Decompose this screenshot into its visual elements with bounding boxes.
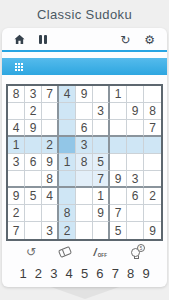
cell-r4c5[interactable]: 3 [76,137,93,154]
cell-r8c1[interactable]: 2 [8,205,25,222]
numpad-key-8[interactable]: 8 [125,266,137,281]
cell-r9c5[interactable] [76,222,93,239]
cell-r1c2[interactable]: 3 [25,86,42,103]
hint-count-badge: 5 [137,244,145,252]
cell-r8c5[interactable] [76,205,93,222]
settings-gear-icon[interactable]: ⚙ [144,34,155,46]
cell-r5c2[interactable]: 6 [25,154,42,171]
cell-r9c6[interactable] [93,222,110,239]
cell-r6c4[interactable] [59,171,76,188]
numpad-key-2[interactable]: 2 [32,266,44,281]
cell-r7c2[interactable]: 5 [25,188,42,205]
eraser-button[interactable] [58,246,72,258]
cell-r3c1[interactable]: 4 [8,120,25,137]
pause-button[interactable] [39,35,47,44]
number-pad: 123456789 [2,258,167,281]
cell-r6c6[interactable]: 7 [93,171,110,188]
cell-r9c2[interactable] [25,222,42,239]
cell-r3c7[interactable] [110,120,127,137]
grid-tab-icon[interactable] [15,63,23,71]
tool-row: ↺ / OFF 5 [2,241,167,258]
cell-r8c7[interactable]: 7 [110,205,127,222]
cell-r2c7[interactable] [110,103,127,120]
cell-r3c5[interactable]: 6 [76,120,93,137]
cell-r5c5[interactable]: 8 [76,154,93,171]
cell-r6c5[interactable] [76,171,93,188]
restart-icon[interactable]: ↻ [120,34,130,46]
cell-r7c1[interactable]: 9 [8,188,25,205]
cell-r9c7[interactable]: 5 [110,222,127,239]
cell-r7c6[interactable]: 1 [93,188,110,205]
cell-r5c8[interactable] [127,154,144,171]
cell-r5c4[interactable]: 1 [59,154,76,171]
pencil-icon: / [94,247,97,258]
cell-r8c8[interactable] [127,205,144,222]
numpad-key-6[interactable]: 6 [94,266,106,281]
cell-r7c5[interactable] [76,188,93,205]
cell-r4c9[interactable] [144,137,161,154]
cell-r1c7[interactable]: 1 [110,86,127,103]
cell-r4c1[interactable]: 1 [8,137,25,154]
cell-r6c1[interactable] [8,171,25,188]
cell-r4c2[interactable] [25,137,42,154]
numpad-key-9[interactable]: 9 [140,266,152,281]
cell-r4c4[interactable] [59,137,76,154]
numpad-key-4[interactable]: 4 [63,266,75,281]
cell-r9c9[interactable]: 9 [144,222,161,239]
cell-r9c1[interactable]: 7 [8,222,25,239]
cell-r4c6[interactable] [93,137,110,154]
cell-r3c2[interactable]: 9 [25,120,42,137]
cell-r2c8[interactable]: 9 [127,103,144,120]
home-button[interactable] [14,34,25,45]
lightbulb-base [134,256,139,259]
cell-r4c3[interactable]: 2 [42,137,59,154]
pencil-mode-label: OFF [98,253,108,258]
numpad-key-7[interactable]: 7 [109,266,121,281]
puzzle-tab-bar [2,58,167,75]
cell-r4c8[interactable] [127,137,144,154]
cell-r9c8[interactable] [127,222,144,239]
cell-r2c2[interactable]: 2 [25,103,42,120]
cell-r2c3[interactable] [42,103,59,120]
undo-button[interactable]: ↺ [26,246,36,258]
cell-r6c3[interactable]: 8 [42,171,59,188]
numpad-key-5[interactable]: 5 [79,266,91,281]
cell-r6c9[interactable] [144,171,161,188]
cell-r2c1[interactable] [8,103,25,120]
cell-r5c6[interactable]: 5 [93,154,110,171]
cell-r6c8[interactable]: 3 [127,171,144,188]
cell-r5c3[interactable]: 9 [42,154,59,171]
cell-r2c5[interactable] [76,103,93,120]
cell-r5c1[interactable]: 3 [8,154,25,171]
cell-r6c7[interactable]: 9 [110,171,127,188]
cell-r8c6[interactable]: 9 [93,205,110,222]
sudoku-board: 8374912398496712336918587939541622897732… [6,84,163,241]
cell-r1c3[interactable]: 7 [42,86,59,103]
game-card: ↻ ⚙ 837491239849671233691858793954162289… [2,28,167,287]
cell-r7c8[interactable]: 6 [127,188,144,205]
cell-r1c9[interactable] [144,86,161,103]
cell-r1c6[interactable] [93,86,110,103]
cell-r4c7[interactable] [110,137,127,154]
cell-r1c4[interactable]: 4 [59,86,76,103]
cell-r3c6[interactable] [93,120,110,137]
cell-r5c7[interactable] [110,154,127,171]
cell-r7c4[interactable] [59,188,76,205]
cell-r8c9[interactable] [144,205,161,222]
cell-r3c3[interactable] [42,120,59,137]
cell-r2c4[interactable] [59,103,76,120]
numpad-key-1[interactable]: 1 [17,266,29,281]
app-screen: Classic Sudoku ↻ ⚙ 837491239849671233691… [0,0,169,300]
hint-button[interactable]: 5 [130,246,143,258]
numpad-key-3[interactable]: 3 [48,266,60,281]
cell-r5c9[interactable] [144,154,161,171]
cell-r6c2[interactable] [25,171,42,188]
cell-r8c4[interactable]: 8 [59,205,76,222]
cell-r7c9[interactable]: 2 [144,188,161,205]
cell-r7c3[interactable]: 4 [42,188,59,205]
cell-r8c2[interactable] [25,205,42,222]
cell-r3c8[interactable] [127,120,144,137]
home-icon [14,34,25,45]
cell-r9c4[interactable]: 2 [59,222,76,239]
cell-r1c1[interactable]: 8 [8,86,25,103]
top-toolbar: ↻ ⚙ [2,28,167,52]
page-title: Classic Sudoku [0,0,169,28]
pencil-toggle-button[interactable]: / OFF [94,247,108,258]
cell-r9c3[interactable]: 3 [42,222,59,239]
background-diamond [51,287,119,299]
cell-r2c9[interactable]: 8 [144,103,161,120]
cell-r8c3[interactable] [42,205,59,222]
cell-r3c9[interactable]: 7 [144,120,161,137]
cell-r7c7[interactable] [110,188,127,205]
cell-r3c4[interactable] [59,120,76,137]
cell-r1c8[interactable] [127,86,144,103]
cell-r1c5[interactable]: 9 [76,86,93,103]
cell-r2c6[interactable]: 3 [93,103,110,120]
